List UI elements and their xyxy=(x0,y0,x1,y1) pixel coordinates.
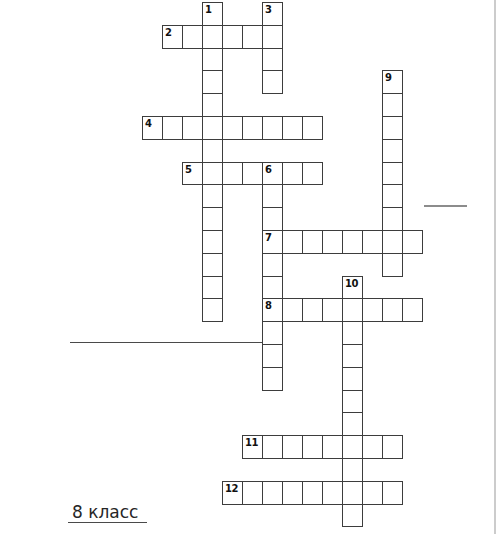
crossword-cell[interactable] xyxy=(342,458,363,482)
crossword-cell[interactable] xyxy=(362,298,383,322)
crossword-cell[interactable] xyxy=(282,298,303,322)
crossword-cell[interactable] xyxy=(302,435,323,459)
crossword-cell[interactable] xyxy=(302,162,323,186)
crossword-cell[interactable] xyxy=(302,481,323,505)
crossword-cell[interactable] xyxy=(202,298,223,322)
crossword-cell[interactable] xyxy=(282,435,303,459)
crossword-cell[interactable] xyxy=(202,253,223,277)
crossword-cell[interactable] xyxy=(322,298,343,322)
crossword-cell[interactable]: 12 xyxy=(222,481,243,505)
crossword-cell[interactable] xyxy=(382,481,403,505)
crossword-cell[interactable] xyxy=(302,230,323,254)
crossword-cell[interactable]: 7 xyxy=(262,230,283,254)
crossword-cell[interactable]: 6 xyxy=(262,162,283,186)
clue-number: 10 xyxy=(345,278,358,289)
crossword-cell[interactable] xyxy=(342,435,363,459)
crossword-cell[interactable] xyxy=(342,321,363,345)
clue-number: 6 xyxy=(265,164,271,175)
crossword-cell[interactable] xyxy=(262,207,283,231)
crossword-cell[interactable] xyxy=(202,116,223,140)
crossword-cell[interactable] xyxy=(202,276,223,300)
crossword-cell[interactable] xyxy=(342,367,363,391)
crossword-cell[interactable] xyxy=(382,253,403,277)
crossword-cell[interactable]: 8 xyxy=(262,298,283,322)
crossword-cell[interactable] xyxy=(342,390,363,414)
crossword-cell[interactable] xyxy=(262,48,283,72)
crossword-cell[interactable] xyxy=(362,481,383,505)
crossword-cell[interactable] xyxy=(362,435,383,459)
crossword-cell[interactable] xyxy=(262,116,283,140)
crossword-cell[interactable] xyxy=(222,116,243,140)
crossword-cell[interactable] xyxy=(202,25,223,49)
clue-number: 5 xyxy=(185,164,191,175)
crossword-cell[interactable] xyxy=(322,481,343,505)
clue-number: 8 xyxy=(265,300,271,311)
crossword-cell[interactable] xyxy=(302,298,323,322)
grade-label-underline xyxy=(68,522,147,523)
crossword-cell[interactable] xyxy=(302,116,323,140)
crossword-cell[interactable] xyxy=(202,139,223,163)
crossword-cell[interactable] xyxy=(242,25,263,49)
crossword-cell[interactable] xyxy=(282,116,303,140)
crossword-cell[interactable] xyxy=(262,344,283,368)
crossword-cell[interactable] xyxy=(162,116,183,140)
crossword-cell[interactable] xyxy=(342,230,363,254)
crossword-cell[interactable] xyxy=(342,344,363,368)
clue-number: 2 xyxy=(165,27,171,38)
answer-blank-line-left xyxy=(70,342,262,343)
crossword-cell[interactable] xyxy=(362,230,383,254)
crossword-cell[interactable] xyxy=(382,207,403,231)
crossword-cell[interactable]: 9 xyxy=(382,70,403,94)
crossword-cell[interactable] xyxy=(262,435,283,459)
crossword-cell[interactable] xyxy=(382,116,403,140)
crossword-cell[interactable] xyxy=(382,162,403,186)
answer-blank-line-right xyxy=(424,205,467,207)
crossword-cell[interactable] xyxy=(382,93,403,117)
crossword-cell[interactable] xyxy=(262,184,283,208)
crossword-cell[interactable] xyxy=(382,435,403,459)
crossword-cell[interactable] xyxy=(282,481,303,505)
crossword-cell[interactable] xyxy=(322,230,343,254)
crossword-cell[interactable] xyxy=(382,230,403,254)
crossword-cell[interactable] xyxy=(382,298,403,322)
crossword-cell[interactable] xyxy=(202,162,223,186)
crossword-cell[interactable] xyxy=(242,481,263,505)
grade-label: 8 класс xyxy=(72,503,138,521)
crossword-cell[interactable] xyxy=(282,230,303,254)
clue-number: 4 xyxy=(145,118,151,129)
clue-number: 1 xyxy=(205,4,211,15)
crossword-cell[interactable] xyxy=(262,70,283,94)
page-edge-border xyxy=(494,0,496,534)
crossword-cell[interactable] xyxy=(222,162,243,186)
crossword-cell[interactable] xyxy=(402,298,423,322)
crossword-cell[interactable] xyxy=(262,481,283,505)
crossword-cell[interactable] xyxy=(282,162,303,186)
crossword-cell[interactable]: 3 xyxy=(262,2,283,26)
crossword-cell[interactable] xyxy=(262,253,283,277)
crossword-cell[interactable] xyxy=(342,298,363,322)
clue-number: 11 xyxy=(245,437,258,448)
crossword-cell[interactable] xyxy=(182,116,203,140)
crossword-cell[interactable] xyxy=(342,481,363,505)
crossword-cell[interactable] xyxy=(222,25,243,49)
crossword-cell[interactable] xyxy=(402,230,423,254)
crossword-cell[interactable]: 10 xyxy=(342,276,363,300)
crossword-cell[interactable]: 1 xyxy=(202,2,223,26)
clue-number: 7 xyxy=(265,232,271,243)
crossword-cell[interactable] xyxy=(202,207,223,231)
crossword-cell[interactable] xyxy=(202,48,223,72)
crossword-cell[interactable] xyxy=(382,139,403,163)
crossword-cell[interactable] xyxy=(342,504,363,528)
crossword-cell[interactable] xyxy=(202,93,223,117)
crossword-cell[interactable] xyxy=(202,70,223,94)
crossword-cell[interactable]: 5 xyxy=(182,162,203,186)
crossword-cell[interactable] xyxy=(382,184,403,208)
crossword-cell[interactable] xyxy=(182,25,203,49)
crossword-cell[interactable]: 2 xyxy=(162,25,183,49)
crossword-cell[interactable] xyxy=(342,412,363,436)
crossword-cell[interactable] xyxy=(202,230,223,254)
crossword-cell[interactable] xyxy=(262,276,283,300)
clue-number: 12 xyxy=(225,483,238,494)
crossword-cell[interactable] xyxy=(262,367,283,391)
crossword-cell[interactable] xyxy=(242,116,263,140)
clue-number: 3 xyxy=(265,4,271,15)
clue-number: 9 xyxy=(385,72,391,83)
crossword-cell[interactable] xyxy=(262,321,283,345)
crossword-board: 132945671081112 xyxy=(142,2,424,528)
crossword-cell[interactable] xyxy=(242,162,263,186)
crossword-cell[interactable]: 11 xyxy=(242,435,263,459)
crossword-cell[interactable] xyxy=(262,25,283,49)
crossword-cell[interactable] xyxy=(202,184,223,208)
crossword-cell[interactable] xyxy=(322,435,343,459)
crossword-cell[interactable]: 4 xyxy=(142,116,163,140)
crossword-page: 132945671081112 8 класс xyxy=(0,0,500,534)
